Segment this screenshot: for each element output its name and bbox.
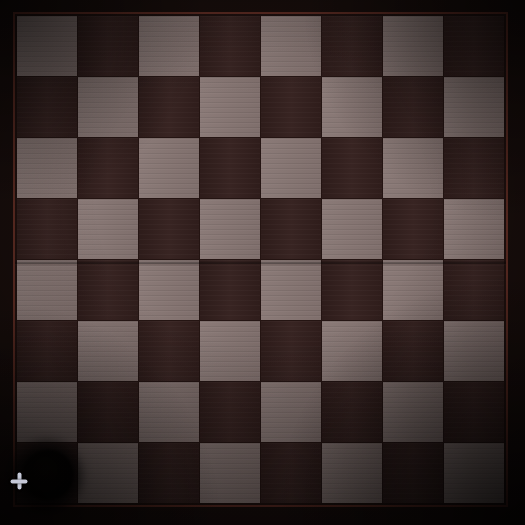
square-b6[interactable]: [78, 138, 138, 198]
square-c8[interactable]: [139, 16, 199, 76]
square-c7[interactable]: [139, 77, 199, 137]
square-h5[interactable]: [444, 199, 504, 259]
square-c1[interactable]: [139, 443, 199, 503]
square-h2[interactable]: [444, 382, 504, 442]
square-d4[interactable]: [200, 260, 260, 320]
square-d1[interactable]: [200, 443, 260, 503]
square-d8[interactable]: [200, 16, 260, 76]
square-c5[interactable]: [139, 199, 199, 259]
square-e4[interactable]: [261, 260, 321, 320]
square-e3[interactable]: [261, 321, 321, 381]
square-g2[interactable]: [383, 382, 443, 442]
square-a7[interactable]: [17, 77, 77, 137]
square-f5[interactable]: [322, 199, 382, 259]
square-c3[interactable]: [139, 321, 199, 381]
square-g4[interactable]: [383, 260, 443, 320]
square-b5[interactable]: [78, 199, 138, 259]
square-g8[interactable]: [383, 16, 443, 76]
square-c6[interactable]: [139, 138, 199, 198]
square-a2[interactable]: [17, 382, 77, 442]
square-d6[interactable]: [200, 138, 260, 198]
square-a8[interactable]: [17, 16, 77, 76]
square-g6[interactable]: [383, 138, 443, 198]
square-b3[interactable]: [78, 321, 138, 381]
square-d3[interactable]: [200, 321, 260, 381]
square-e1[interactable]: [261, 443, 321, 503]
square-f8[interactable]: [322, 16, 382, 76]
board-grid: [17, 16, 504, 503]
square-e6[interactable]: [261, 138, 321, 198]
square-e2[interactable]: [261, 382, 321, 442]
square-b2[interactable]: [78, 382, 138, 442]
square-d2[interactable]: [200, 382, 260, 442]
square-f1[interactable]: [322, 443, 382, 503]
square-h6[interactable]: [444, 138, 504, 198]
square-a4[interactable]: [17, 260, 77, 320]
square-h7[interactable]: [444, 77, 504, 137]
square-d5[interactable]: [200, 199, 260, 259]
square-f7[interactable]: [322, 77, 382, 137]
square-a5[interactable]: [17, 199, 77, 259]
square-f6[interactable]: [322, 138, 382, 198]
square-a3[interactable]: [17, 321, 77, 381]
square-g5[interactable]: [383, 199, 443, 259]
checkerboard: [13, 12, 508, 507]
square-d7[interactable]: [200, 77, 260, 137]
square-e5[interactable]: [261, 199, 321, 259]
square-g3[interactable]: [383, 321, 443, 381]
square-e7[interactable]: [261, 77, 321, 137]
square-b7[interactable]: [78, 77, 138, 137]
square-b1[interactable]: [78, 443, 138, 503]
square-c2[interactable]: [139, 382, 199, 442]
square-h1[interactable]: [444, 443, 504, 503]
square-h8[interactable]: [444, 16, 504, 76]
square-e8[interactable]: [261, 16, 321, 76]
square-h3[interactable]: [444, 321, 504, 381]
square-a6[interactable]: [17, 138, 77, 198]
square-g7[interactable]: [383, 77, 443, 137]
square-g1[interactable]: [383, 443, 443, 503]
square-b4[interactable]: [78, 260, 138, 320]
square-f2[interactable]: [322, 382, 382, 442]
board-photo: [0, 0, 525, 525]
square-b8[interactable]: [78, 16, 138, 76]
square-c4[interactable]: [139, 260, 199, 320]
square-f3[interactable]: [322, 321, 382, 381]
square-h4[interactable]: [444, 260, 504, 320]
dark-token[interactable]: [22, 449, 74, 501]
square-f4[interactable]: [322, 260, 382, 320]
